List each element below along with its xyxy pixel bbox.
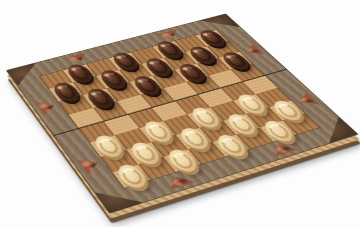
burl-inlay-left-lower bbox=[78, 156, 103, 174]
scene bbox=[0, 0, 360, 227]
burl-inlay-bottom-right bbox=[267, 141, 297, 156]
checkers-board bbox=[6, 14, 359, 214]
burl-inlay-left-upper bbox=[36, 99, 59, 115]
burl-inlay-bottom-left bbox=[164, 173, 195, 190]
